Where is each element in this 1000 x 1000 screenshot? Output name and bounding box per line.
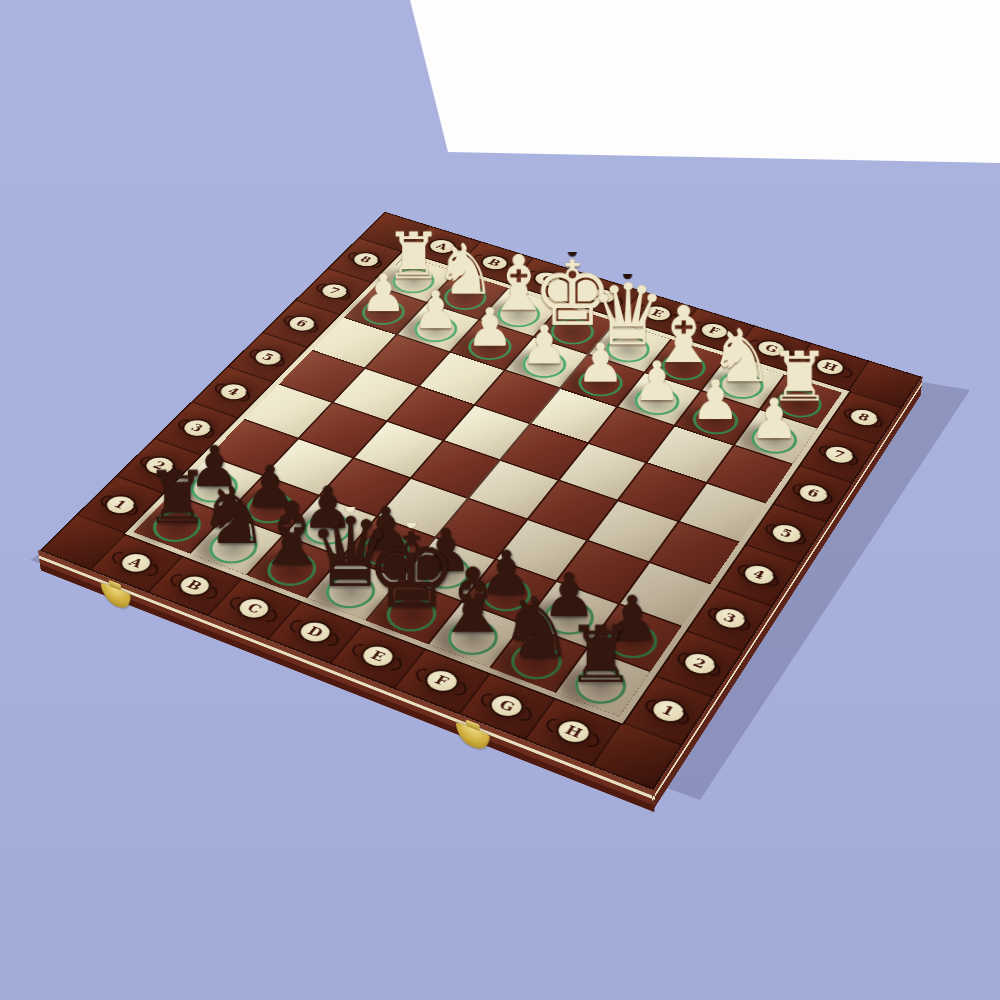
coordinate-medallion: 7 bbox=[318, 282, 351, 300]
brass-clasp bbox=[456, 721, 490, 753]
square-c4[interactable] bbox=[355, 422, 441, 477]
coordinate-medallion: 1 bbox=[102, 493, 139, 516]
coordinate-medallion: G bbox=[487, 692, 526, 720]
coordinate-medallion: 5 bbox=[251, 347, 285, 367]
coordinate-medallion: F bbox=[422, 667, 461, 694]
white-queen-finial bbox=[624, 270, 632, 278]
brass-clasp bbox=[100, 582, 132, 612]
white-pawn[interactable]: ♟ bbox=[466, 302, 513, 352]
black-rook[interactable]: ♜ bbox=[566, 618, 636, 692]
coordinate-medallion: 6 bbox=[285, 314, 318, 333]
black-king-finial bbox=[406, 518, 416, 528]
coordinate-medallion: H bbox=[554, 718, 594, 746]
coordinate-medallion: B bbox=[175, 573, 213, 598]
black-queen-finial bbox=[346, 503, 356, 513]
coordinate-medallion: 6 bbox=[796, 482, 831, 505]
coordinate-medallion: 7 bbox=[822, 444, 856, 466]
coordinate-medallion: A bbox=[117, 551, 155, 575]
white-pawn[interactable]: ♟ bbox=[749, 393, 799, 446]
coordinate-medallion: D bbox=[296, 619, 335, 645]
white-king-finial bbox=[568, 248, 576, 256]
black-knight[interactable]: ♞ bbox=[499, 589, 574, 668]
white-pawn[interactable]: ♟ bbox=[360, 268, 406, 317]
photo-scene: ABCDEFGH ABCDEFGH 87654321 87654321 ♜♞♝♚… bbox=[0, 0, 1000, 1000]
white-pawn[interactable]: ♟ bbox=[576, 337, 624, 388]
coordinate-medallion: 4 bbox=[216, 382, 251, 402]
coordinate-medallion: 5 bbox=[769, 522, 805, 545]
coordinate-medallion: 1 bbox=[649, 697, 688, 725]
white-pawn[interactable]: ♟ bbox=[520, 320, 568, 371]
white-pawn[interactable]: ♟ bbox=[690, 374, 739, 426]
chess-board: ABCDEFGH ABCDEFGH 87654321 87654321 ♜♞♝♚… bbox=[40, 212, 922, 790]
coordinate-medallion: 8 bbox=[847, 407, 880, 428]
white-pawn[interactable]: ♟ bbox=[412, 285, 459, 335]
coordinate-medallion: 4 bbox=[740, 563, 776, 587]
coordinate-medallion: E bbox=[358, 643, 397, 669]
coordinate-medallion: C bbox=[235, 596, 273, 621]
coordinate-medallion: 3 bbox=[711, 606, 748, 631]
coordinate-medallion: 2 bbox=[680, 650, 718, 677]
white-pawn[interactable]: ♟ bbox=[633, 355, 682, 407]
